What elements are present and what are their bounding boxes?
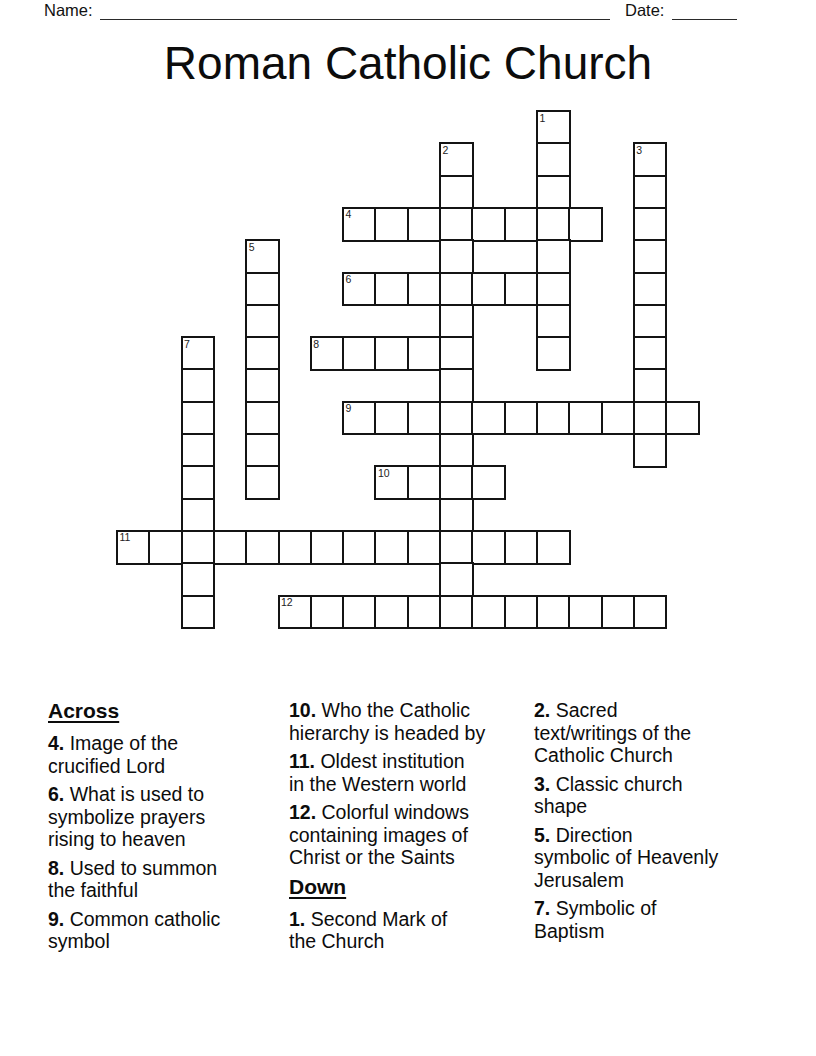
grid-cell-r15c15[interactable] (601, 595, 636, 630)
grid-cell-r1c16[interactable]: 3 (633, 142, 668, 177)
grid-cell-r5c9[interactable] (407, 272, 442, 307)
grid-cell-r15c13[interactable] (536, 595, 571, 630)
grid-cell-r4c13[interactable] (536, 239, 571, 274)
clue-text: Direction symbolic of Heavenly Jerusalem (534, 824, 718, 891)
grid-cell-r14c2[interactable] (181, 562, 216, 597)
grid-cell-r11c11[interactable] (471, 465, 506, 500)
clue-number: 6. (48, 783, 70, 805)
cell-number-5: 5 (249, 242, 255, 253)
grid-cell-r10c2[interactable] (181, 433, 216, 468)
grid-cell-r11c4[interactable] (245, 465, 280, 500)
grid-cell-r9c10[interactable] (439, 401, 474, 436)
grid-cell-r3c11[interactable] (471, 207, 506, 242)
grid-cell-r3c16[interactable] (633, 207, 668, 242)
grid-cell-r7c8[interactable] (374, 336, 409, 371)
cell-number-3: 3 (636, 145, 642, 156)
grid-cell-r9c14[interactable] (568, 401, 603, 436)
grid-cell-r15c14[interactable] (568, 595, 603, 630)
clue-across-6: 6. What is used to symbolize prayers ris… (48, 783, 253, 851)
grid-cell-r6c10[interactable] (439, 304, 474, 339)
clue-across-11: 11. Oldest institution in the Western wo… (289, 750, 529, 795)
grid-cell-r7c2[interactable]: 7 (181, 336, 216, 371)
grid-cell-r11c2[interactable] (181, 465, 216, 500)
grid-cell-r7c7[interactable] (342, 336, 377, 371)
grid-cell-r9c8[interactable] (374, 401, 409, 436)
grid-cell-r2c13[interactable] (536, 175, 571, 210)
grid-cell-r15c7[interactable] (342, 595, 377, 630)
grid-cell-r15c11[interactable] (471, 595, 506, 630)
grid-cell-r3c13[interactable] (536, 207, 571, 242)
grid-cell-r9c15[interactable] (601, 401, 636, 436)
clue-number: 2. (534, 699, 556, 721)
cell-number-7: 7 (184, 339, 190, 350)
clue-text: What is used to symbolize prayers rising… (48, 783, 205, 850)
clues-column-3: 2. Sacred text/writings of the Catholic … (534, 699, 762, 948)
grid-cell-r8c4[interactable] (245, 368, 280, 403)
grid-cell-r5c8[interactable] (374, 272, 409, 307)
clue-number: 10. (289, 699, 322, 721)
name-label: Name: (44, 1, 93, 20)
name-blank-line[interactable] (100, 1, 610, 20)
grid-cell-r4c16[interactable] (633, 239, 668, 274)
grid-cell-r4c4[interactable]: 5 (245, 239, 280, 274)
grid-cell-r13c9[interactable] (407, 530, 442, 565)
clue-across-10: 10. Who the Catholic hierarchy is headed… (289, 699, 529, 744)
clue-text: Sacred text/writings of the Catholic Chu… (534, 699, 691, 766)
grid-cell-r1c10[interactable]: 2 (439, 142, 474, 177)
grid-cell-r5c11[interactable] (471, 272, 506, 307)
clue-across-9: 9. Common catholic symbol (48, 908, 253, 953)
clue-number: 4. (48, 732, 70, 754)
grid-cell-r3c7[interactable]: 4 (342, 207, 377, 242)
cell-number-12: 12 (281, 597, 293, 608)
clue-down-7: 7. Symbolic of Baptism (534, 897, 762, 942)
grid-cell-r0c13[interactable]: 1 (536, 110, 571, 145)
clues-column-1: Across 4. Image of the crucified Lord6. … (48, 699, 253, 959)
clue-text: Used to summon the faithful (48, 857, 217, 902)
grid-cell-r9c4[interactable] (245, 401, 280, 436)
grid-cell-r5c12[interactable] (504, 272, 539, 307)
grid-cell-r9c12[interactable] (504, 401, 539, 436)
clue-down-3: 3. Classic church shape (534, 773, 762, 818)
grid-cell-r15c2[interactable] (181, 595, 216, 630)
grid-cell-r10c16[interactable] (633, 433, 668, 468)
grid-cell-r9c2[interactable] (181, 401, 216, 436)
grid-cell-r14c10[interactable] (439, 562, 474, 597)
grid-cell-r13c5[interactable] (278, 530, 313, 565)
grid-cell-r1c13[interactable] (536, 142, 571, 177)
grid-cell-r8c16[interactable] (633, 368, 668, 403)
grid-cell-r13c12[interactable] (504, 530, 539, 565)
grid-cell-r5c10[interactable] (439, 272, 474, 307)
clues-column-2: 10. Who the Catholic hierarchy is headed… (289, 699, 529, 959)
grid-cell-r13c10[interactable] (439, 530, 474, 565)
grid-cell-r9c16[interactable] (633, 401, 668, 436)
grid-cell-r13c1[interactable] (148, 530, 183, 565)
grid-cell-r15c9[interactable] (407, 595, 442, 630)
grid-cell-r7c4[interactable] (245, 336, 280, 371)
clue-number: 5. (534, 824, 556, 846)
grid-cell-r13c3[interactable] (213, 530, 248, 565)
grid-cell-r9c17[interactable] (665, 401, 700, 436)
grid-cell-r7c16[interactable] (633, 336, 668, 371)
grid-cell-r3c10[interactable] (439, 207, 474, 242)
across-clues-group-2: 10. Who the Catholic hierarchy is headed… (289, 699, 529, 869)
clue-text: Classic church shape (534, 773, 682, 818)
grid-cell-r15c16[interactable] (633, 595, 668, 630)
grid-cell-r2c10[interactable] (439, 175, 474, 210)
down-clues-group-1: 1. Second Mark of the Church (289, 908, 529, 953)
grid-cell-r6c16[interactable] (633, 304, 668, 339)
cell-number-10: 10 (378, 468, 390, 479)
clue-down-5: 5. Direction symbolic of Heavenly Jerusa… (534, 824, 762, 892)
grid-cell-r6c4[interactable] (245, 304, 280, 339)
grid-cell-r13c6[interactable] (310, 530, 345, 565)
down-clues-group-2: 2. Sacred text/writings of the Catholic … (534, 699, 762, 942)
cell-number-4: 4 (346, 209, 352, 220)
grid-cell-r7c13[interactable] (536, 336, 571, 371)
grid-cell-r3c14[interactable] (568, 207, 603, 242)
crossword-grid: 123456789101112 (116, 110, 701, 631)
clue-across-4: 4. Image of the crucified Lord (48, 732, 253, 777)
crossword-worksheet: { "game": "crossword", "header": { "name… (0, 0, 816, 1056)
grid-cell-r3c12[interactable] (504, 207, 539, 242)
grid-cell-r13c4[interactable] (245, 530, 280, 565)
puzzle-title: Roman Catholic Church (0, 36, 816, 90)
clue-number: 1. (289, 908, 311, 930)
grid-cell-r7c10[interactable] (439, 336, 474, 371)
grid-cell-r7c9[interactable] (407, 336, 442, 371)
grid-cell-r8c2[interactable] (181, 368, 216, 403)
grid-cell-r5c13[interactable] (536, 272, 571, 307)
clue-number: 7. (534, 897, 556, 919)
grid-cell-r13c0[interactable]: 11 (116, 530, 151, 565)
grid-cell-r4c10[interactable] (439, 239, 474, 274)
cell-number-9: 9 (346, 403, 352, 414)
grid-cell-r5c16[interactable] (633, 272, 668, 307)
grid-cell-r13c2[interactable] (181, 530, 216, 565)
clue-across-12: 12. Colorful windows containing images o… (289, 801, 529, 869)
grid-cell-r6c13[interactable] (536, 304, 571, 339)
grid-cell-r8c10[interactable] (439, 368, 474, 403)
grid-cell-r2c16[interactable] (633, 175, 668, 210)
across-clues-group-1: 4. Image of the crucified Lord6. What is… (48, 732, 253, 953)
grid-cell-r13c13[interactable] (536, 530, 571, 565)
cell-number-6: 6 (346, 274, 352, 285)
clue-down-1: 1. Second Mark of the Church (289, 908, 529, 953)
grid-cell-r11c10[interactable] (439, 465, 474, 500)
grid-cell-r15c6[interactable] (310, 595, 345, 630)
grid-cell-r13c7[interactable] (342, 530, 377, 565)
clue-down-2: 2. Sacred text/writings of the Catholic … (534, 699, 762, 767)
clue-number: 12. (289, 801, 322, 823)
grid-cell-r13c11[interactable] (471, 530, 506, 565)
grid-cell-r3c8[interactable] (374, 207, 409, 242)
grid-cell-r15c5[interactable]: 12 (278, 595, 313, 630)
clue-number: 3. (534, 773, 556, 795)
clue-number: 9. (48, 908, 70, 930)
grid-cell-r7c6[interactable]: 8 (310, 336, 345, 371)
cell-number-2: 2 (443, 145, 449, 156)
date-blank-line[interactable] (672, 1, 737, 20)
grid-cell-r12c2[interactable] (181, 498, 216, 533)
grid-cell-r5c7[interactable]: 6 (342, 272, 377, 307)
cell-number-1: 1 (539, 113, 545, 124)
grid-cell-r9c7[interactable]: 9 (342, 401, 377, 436)
grid-cell-r11c9[interactable] (407, 465, 442, 500)
grid-cell-r10c4[interactable] (245, 433, 280, 468)
clue-across-8: 8. Used to summon the faithful (48, 857, 253, 902)
grid-cell-r9c11[interactable] (471, 401, 506, 436)
grid-cell-r15c12[interactable] (504, 595, 539, 630)
grid-cell-r13c8[interactable] (374, 530, 409, 565)
grid-cell-r15c10[interactable] (439, 595, 474, 630)
grid-cell-r9c13[interactable] (536, 401, 571, 436)
grid-cell-r11c8[interactable]: 10 (374, 465, 409, 500)
cell-number-11: 11 (120, 532, 131, 543)
date-label: Date: (625, 1, 664, 20)
grid-cell-r10c10[interactable] (439, 433, 474, 468)
grid-cell-r3c9[interactable] (407, 207, 442, 242)
grid-cell-r15c8[interactable] (374, 595, 409, 630)
grid-cell-r5c4[interactable] (245, 272, 280, 307)
cell-number-8: 8 (313, 339, 319, 350)
clue-number: 11. (289, 750, 320, 772)
clue-text: Second Mark of the Church (289, 908, 447, 953)
grid-cell-r9c9[interactable] (407, 401, 442, 436)
clue-number: 8. (48, 857, 70, 879)
across-heading: Across (48, 699, 253, 723)
clue-text: Common catholic symbol (48, 908, 220, 953)
down-heading: Down (289, 875, 529, 899)
grid-cell-r12c10[interactable] (439, 498, 474, 533)
